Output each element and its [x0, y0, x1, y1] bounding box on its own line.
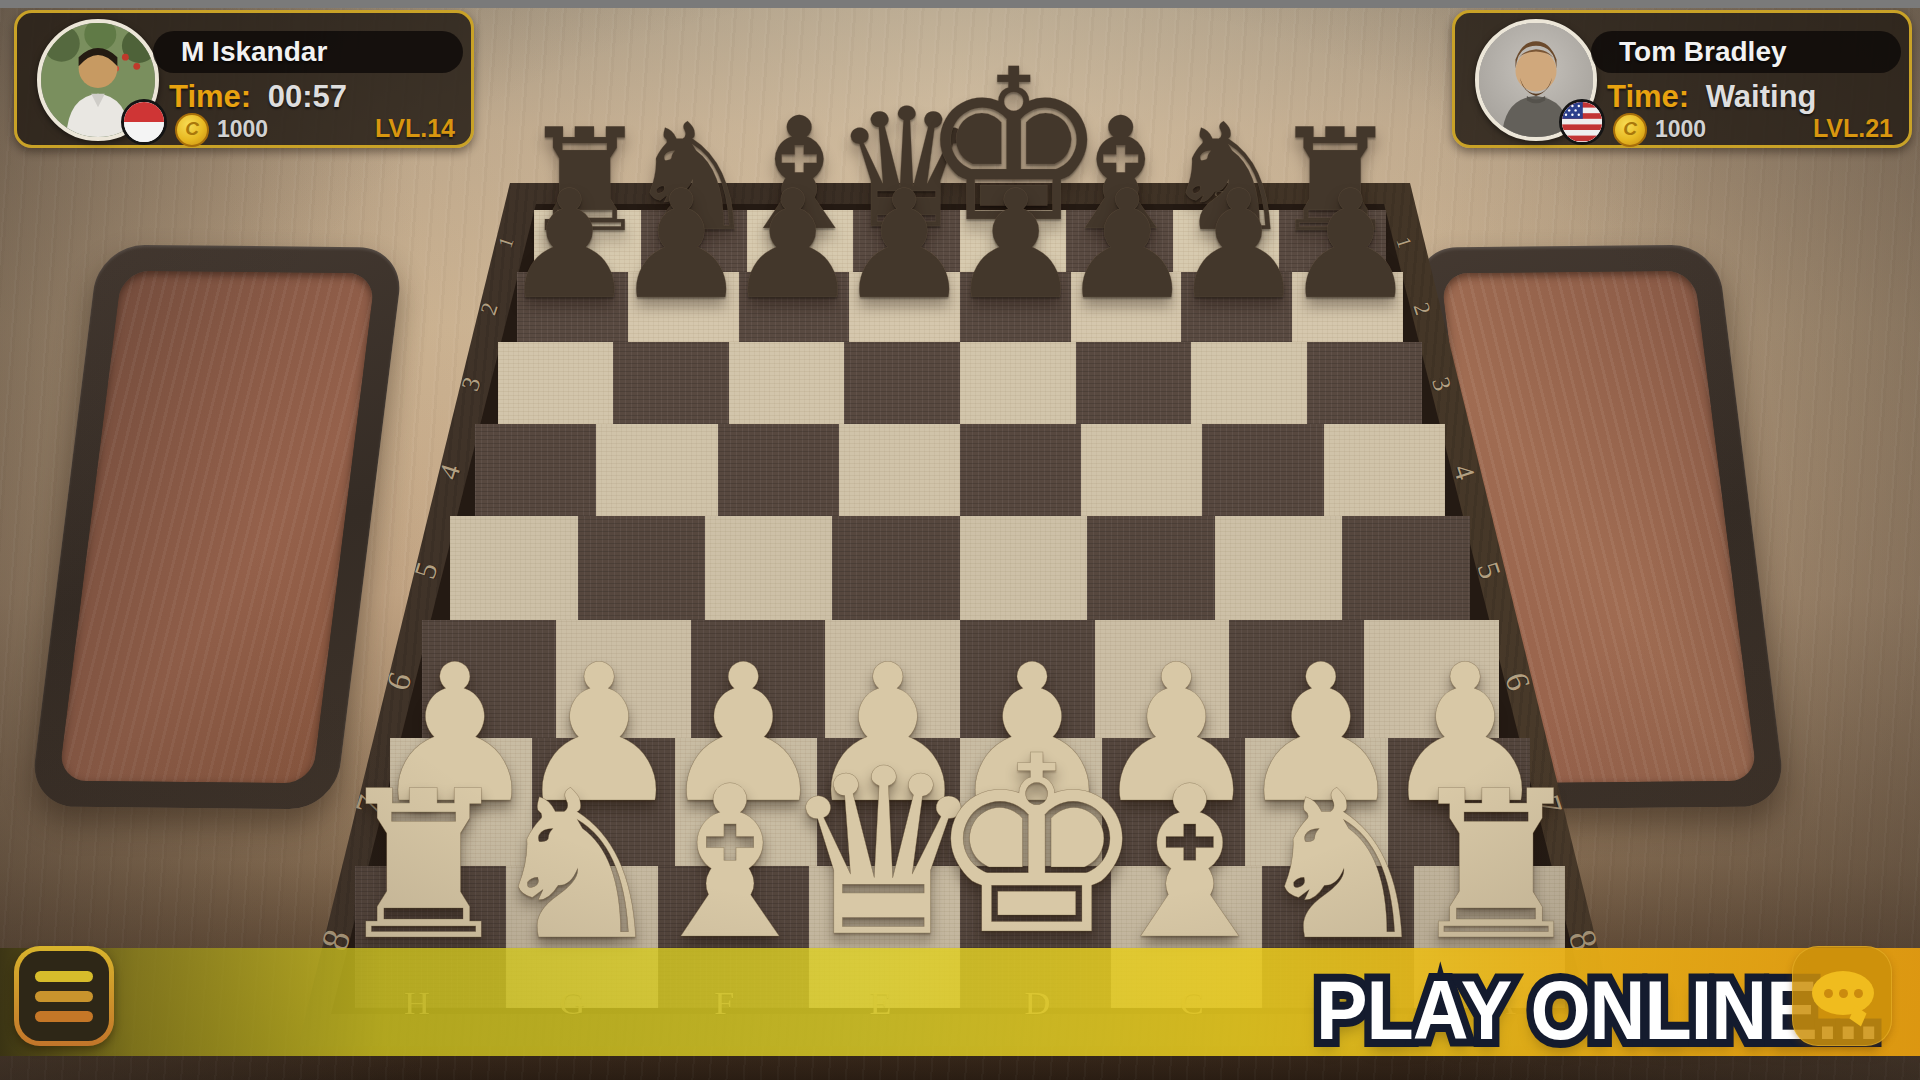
square-D3[interactable]: [960, 342, 1076, 424]
square-G5[interactable]: [578, 516, 705, 620]
level-badge-right: LVL.21: [1813, 114, 1893, 143]
square-B5[interactable]: [1215, 516, 1342, 620]
time-value-right: Waiting: [1706, 79, 1817, 114]
chess-board[interactable]: 1122334455667788HHGGFFEEDDCCBBAA♜♞♝♛♚♝♞♜…: [0, 0, 1920, 1080]
player-card-right: Tom Bradley Time: Waiting C 1000 LVL.21: [1452, 10, 1912, 148]
square-C3[interactable]: [1076, 342, 1192, 424]
name-bar-left: M Iskandar: [153, 31, 463, 73]
level-badge-left: LVL.14: [375, 114, 455, 143]
square-H3[interactable]: [498, 342, 614, 424]
player-name-left: M Iskandar: [153, 31, 463, 73]
square-C4[interactable]: [1081, 424, 1202, 516]
square-G3[interactable]: [613, 342, 729, 424]
time-label-right: Time:: [1607, 79, 1689, 114]
usa-flag: [1559, 99, 1605, 145]
square-B4[interactable]: [1202, 424, 1323, 516]
coin-count-left: 1000: [217, 116, 268, 143]
top-edge-strip: [0, 0, 1920, 8]
coin-icon-right: C: [1613, 113, 1647, 147]
rank-label-left-5: 5: [407, 558, 445, 583]
square-A3[interactable]: [1307, 342, 1423, 424]
black-pawn[interactable]: ♟: [1283, 170, 1417, 320]
rank-label-left-4: 4: [433, 461, 468, 484]
player-card-left: M Iskandar Time: 00:57 C 1000 LVL.14: [14, 10, 474, 148]
chat-button[interactable]: [1792, 946, 1892, 1046]
time-value-left: 00:57: [268, 79, 347, 114]
square-F5[interactable]: [705, 516, 832, 620]
rank-label-left-3: 3: [456, 374, 487, 395]
time-label-left: Time:: [169, 79, 251, 114]
square-C5[interactable]: [1087, 516, 1214, 620]
player-name-right: Tom Bradley: [1591, 31, 1901, 73]
rank-label-right-3: 3: [1426, 374, 1457, 395]
coin-count-right: 1000: [1655, 116, 1706, 143]
coin-icon-left: C: [175, 113, 209, 147]
time-row-right: Time: Waiting: [1607, 79, 1817, 115]
square-H5[interactable]: [450, 516, 577, 620]
square-D5[interactable]: [960, 516, 1087, 620]
name-bar-right: Tom Bradley: [1591, 31, 1901, 73]
square-B3[interactable]: [1191, 342, 1307, 424]
square-F3[interactable]: [729, 342, 845, 424]
hamburger-icon: [19, 951, 109, 1041]
rank-label-right-4: 4: [1446, 461, 1481, 484]
white-rook[interactable]: ♜: [1404, 764, 1588, 969]
square-H4[interactable]: [475, 424, 596, 516]
chat-bubble-dots: [1812, 971, 1874, 1015]
square-D4[interactable]: [960, 424, 1081, 516]
game-screen: 1122334455667788HHGGFFEEDDCCBBAA♜♞♝♛♚♝♞♜…: [0, 0, 1920, 1080]
indonesia-flag: [121, 99, 167, 145]
square-E5[interactable]: [832, 516, 959, 620]
time-row-left: Time: 00:57: [169, 79, 347, 115]
rank-label-left-2: 2: [476, 299, 504, 318]
square-E4[interactable]: [839, 424, 960, 516]
square-E3[interactable]: [844, 342, 960, 424]
square-F4[interactable]: [718, 424, 839, 516]
square-A4[interactable]: [1324, 424, 1445, 516]
square-A5[interactable]: [1342, 516, 1469, 620]
square-G4[interactable]: [596, 424, 717, 516]
rank-label-right-5: 5: [1470, 558, 1508, 583]
menu-button[interactable]: [14, 946, 114, 1046]
